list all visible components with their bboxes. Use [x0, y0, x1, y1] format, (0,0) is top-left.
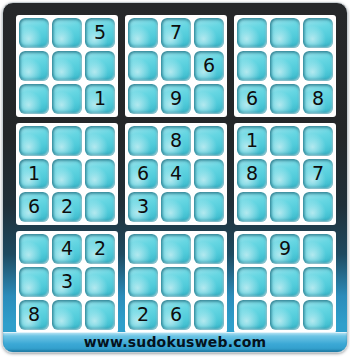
cell-r2c2[interactable] [52, 51, 82, 81]
cell-r1c6[interactable] [194, 18, 224, 48]
box-5: 8643 [125, 123, 227, 225]
cell-r7c8[interactable]: 9 [270, 234, 300, 264]
cell-r2c8[interactable] [270, 51, 300, 81]
cell-r6c4[interactable]: 3 [128, 192, 158, 222]
cell-r9c3[interactable] [85, 300, 115, 330]
cell-r8c9[interactable] [303, 267, 333, 297]
cell-r2c7[interactable] [237, 51, 267, 81]
cell-r5c8[interactable] [270, 159, 300, 189]
given-digit: 1 [246, 131, 258, 150]
box-6: 187 [234, 123, 336, 225]
cell-r6c6[interactable] [194, 192, 224, 222]
cell-r3c1[interactable] [19, 84, 49, 114]
box-2: 769 [125, 15, 227, 117]
box-9: 9 [234, 231, 336, 333]
given-digit: 8 [312, 89, 324, 108]
cell-r6c1[interactable]: 6 [19, 192, 49, 222]
cell-r5c7[interactable]: 8 [237, 159, 267, 189]
given-digit: 7 [170, 23, 182, 42]
cell-r8c5[interactable] [161, 267, 191, 297]
cell-r1c3[interactable]: 5 [85, 18, 115, 48]
cell-r6c3[interactable] [85, 192, 115, 222]
given-digit: 8 [246, 164, 258, 183]
cell-r4c5[interactable]: 8 [161, 126, 191, 156]
cell-r4c7[interactable]: 1 [237, 126, 267, 156]
box-8: 26 [125, 231, 227, 333]
footer-bar: www.sudokusweb.com [3, 332, 347, 352]
cell-r8c1[interactable] [19, 267, 49, 297]
cell-r3c5[interactable]: 9 [161, 84, 191, 114]
cell-r2c9[interactable] [303, 51, 333, 81]
given-digit: 6 [170, 305, 182, 324]
cell-r9c4[interactable]: 2 [128, 300, 158, 330]
given-digit: 2 [61, 197, 73, 216]
cell-r1c9[interactable] [303, 18, 333, 48]
given-digit: 6 [137, 164, 149, 183]
cell-r1c4[interactable] [128, 18, 158, 48]
given-digit: 3 [137, 197, 149, 216]
cell-r1c1[interactable] [19, 18, 49, 48]
cell-r7c1[interactable] [19, 234, 49, 264]
given-digit: 4 [170, 164, 182, 183]
given-digit: 2 [94, 239, 106, 258]
cell-r2c1[interactable] [19, 51, 49, 81]
cell-r7c5[interactable] [161, 234, 191, 264]
given-digit: 6 [28, 197, 40, 216]
cell-r7c3[interactable]: 2 [85, 234, 115, 264]
cell-r6c8[interactable] [270, 192, 300, 222]
cell-r4c1[interactable] [19, 126, 49, 156]
board-frame: 517696816286431874238269 www.sudokusweb.… [2, 2, 348, 353]
cell-r5c6[interactable] [194, 159, 224, 189]
cell-r6c7[interactable] [237, 192, 267, 222]
cell-r9c6[interactable] [194, 300, 224, 330]
given-digit: 3 [61, 272, 73, 291]
given-digit: 5 [94, 23, 106, 42]
given-digit: 9 [279, 239, 291, 258]
given-digit: 6 [203, 56, 215, 75]
cell-r3c4[interactable] [128, 84, 158, 114]
cell-r3c9[interactable]: 8 [303, 84, 333, 114]
cell-r7c6[interactable] [194, 234, 224, 264]
cell-r9c5[interactable]: 6 [161, 300, 191, 330]
cell-r8c7[interactable] [237, 267, 267, 297]
cell-r5c3[interactable] [85, 159, 115, 189]
given-digit: 9 [170, 89, 182, 108]
cell-r9c8[interactable] [270, 300, 300, 330]
cell-r8c3[interactable] [85, 267, 115, 297]
cell-r9c9[interactable] [303, 300, 333, 330]
cell-r7c2[interactable]: 4 [52, 234, 82, 264]
cell-r3c2[interactable] [52, 84, 82, 114]
sudoku-board: 517696816286431874238269 [3, 3, 347, 333]
given-digit: 4 [61, 239, 73, 258]
cell-r9c1[interactable]: 8 [19, 300, 49, 330]
cell-r6c5[interactable] [161, 192, 191, 222]
cell-r5c4[interactable]: 6 [128, 159, 158, 189]
cell-r1c8[interactable] [270, 18, 300, 48]
cell-r5c9[interactable]: 7 [303, 159, 333, 189]
given-digit: 8 [170, 131, 182, 150]
cell-r8c4[interactable] [128, 267, 158, 297]
cell-r7c7[interactable] [237, 234, 267, 264]
given-digit: 1 [94, 89, 106, 108]
box-3: 68 [234, 15, 336, 117]
cell-r9c2[interactable] [52, 300, 82, 330]
cell-r4c4[interactable] [128, 126, 158, 156]
cell-r8c2[interactable]: 3 [52, 267, 82, 297]
cell-r1c5[interactable]: 7 [161, 18, 191, 48]
cell-r7c9[interactable] [303, 234, 333, 264]
cell-r9c7[interactable] [237, 300, 267, 330]
cell-r2c3[interactable] [85, 51, 115, 81]
cell-r3c8[interactable] [270, 84, 300, 114]
cell-r5c2[interactable] [52, 159, 82, 189]
cell-r2c6[interactable]: 6 [194, 51, 224, 81]
cell-r6c2[interactable]: 2 [52, 192, 82, 222]
cell-r2c5[interactable] [161, 51, 191, 81]
given-digit: 1 [28, 164, 40, 183]
box-1: 51 [16, 15, 118, 117]
cell-r4c2[interactable] [52, 126, 82, 156]
given-digit: 8 [28, 305, 40, 324]
cell-r3c6[interactable] [194, 84, 224, 114]
cell-r5c1[interactable]: 1 [19, 159, 49, 189]
site-url[interactable]: www.sudokusweb.com [84, 334, 267, 350]
cell-r1c2[interactable] [52, 18, 82, 48]
cell-r1c7[interactable] [237, 18, 267, 48]
given-digit: 7 [312, 164, 324, 183]
cell-r8c8[interactable] [270, 267, 300, 297]
cell-r3c7[interactable]: 6 [237, 84, 267, 114]
given-digit: 6 [246, 89, 258, 108]
given-digit: 2 [137, 305, 149, 324]
cell-r7c4[interactable] [128, 234, 158, 264]
cell-r8c6[interactable] [194, 267, 224, 297]
box-7: 4238 [16, 231, 118, 333]
box-4: 162 [16, 123, 118, 225]
cell-r3c3[interactable]: 1 [85, 84, 115, 114]
cell-r4c9[interactable] [303, 126, 333, 156]
cell-r5c5[interactable]: 4 [161, 159, 191, 189]
cell-r4c8[interactable] [270, 126, 300, 156]
cell-r4c3[interactable] [85, 126, 115, 156]
cell-r6c9[interactable] [303, 192, 333, 222]
cell-r2c4[interactable] [128, 51, 158, 81]
cell-r4c6[interactable] [194, 126, 224, 156]
